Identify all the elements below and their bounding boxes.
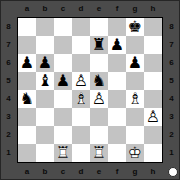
black-pawn: ♟ xyxy=(108,36,126,54)
square-h5[interactable] xyxy=(144,72,162,90)
white-pawn: ♙ xyxy=(90,90,108,108)
file-label-bottom-c: c xyxy=(54,163,72,180)
white-rook: ♖ xyxy=(90,144,108,162)
rank-label-left-1: 1 xyxy=(0,144,17,161)
file-label-bottom-e: e xyxy=(90,163,108,180)
square-h8[interactable] xyxy=(144,18,162,36)
rank-label-right-4: 4 xyxy=(163,90,180,107)
square-b6[interactable]: ♟ xyxy=(36,54,54,72)
black-knight: ♞ xyxy=(18,90,36,108)
square-e2[interactable] xyxy=(90,126,108,144)
file-label-top-h: h xyxy=(144,0,162,17)
black-knight: ♞ xyxy=(90,72,108,90)
rank-label-right-7: 7 xyxy=(163,36,180,53)
square-f8[interactable] xyxy=(108,18,126,36)
square-c5[interactable]: ♟ xyxy=(54,72,72,90)
square-e1[interactable]: ♜♖ xyxy=(90,144,108,162)
rank-label-left-4: 4 xyxy=(0,90,17,107)
square-b5[interactable]: ♝ xyxy=(36,72,54,90)
rank-label-left-6: 6 xyxy=(0,54,17,71)
square-g5[interactable] xyxy=(126,72,144,90)
square-a3[interactable] xyxy=(18,108,36,126)
rank-label-right-2: 2 xyxy=(163,126,180,143)
square-g3[interactable] xyxy=(126,108,144,126)
square-g4[interactable]: ♝♗ xyxy=(126,90,144,108)
square-e4[interactable]: ♟♙ xyxy=(90,90,108,108)
square-h1[interactable] xyxy=(144,144,162,162)
square-g8[interactable]: ♚ xyxy=(126,18,144,36)
square-c6[interactable] xyxy=(54,54,72,72)
square-b7[interactable] xyxy=(36,36,54,54)
square-f6[interactable] xyxy=(108,54,126,72)
square-d5[interactable]: ♟♙ xyxy=(72,72,90,90)
rank-label-right-5: 5 xyxy=(163,72,180,89)
square-c8[interactable] xyxy=(54,18,72,36)
square-a6[interactable]: ♟ xyxy=(18,54,36,72)
square-b2[interactable] xyxy=(36,126,54,144)
white-to-move-indicator xyxy=(168,167,178,177)
black-pawn: ♟ xyxy=(54,72,72,90)
square-a7[interactable] xyxy=(18,36,36,54)
square-f2[interactable] xyxy=(108,126,126,144)
white-bishop: ♗ xyxy=(72,90,90,108)
file-label-bottom-g: g xyxy=(126,163,144,180)
square-b1[interactable] xyxy=(36,144,54,162)
square-e6[interactable] xyxy=(90,54,108,72)
square-g2[interactable] xyxy=(126,126,144,144)
file-label-top-g: g xyxy=(126,0,144,17)
square-d7[interactable] xyxy=(72,36,90,54)
rank-label-left-3: 3 xyxy=(0,108,17,125)
file-label-top-e: e xyxy=(90,0,108,17)
square-h3[interactable]: ♟♙ xyxy=(144,108,162,126)
square-h4[interactable] xyxy=(144,90,162,108)
square-h6[interactable] xyxy=(144,54,162,72)
square-d4[interactable]: ♝♗ xyxy=(72,90,90,108)
square-f7[interactable]: ♟ xyxy=(108,36,126,54)
square-c4[interactable] xyxy=(54,90,72,108)
black-bishop: ♝ xyxy=(36,72,54,90)
square-c1[interactable]: ♜♖ xyxy=(54,144,72,162)
file-label-top-c: c xyxy=(54,0,72,17)
file-label-bottom-d: d xyxy=(72,163,90,180)
square-f4[interactable] xyxy=(108,90,126,108)
square-c7[interactable] xyxy=(54,36,72,54)
square-c2[interactable] xyxy=(54,126,72,144)
square-e7[interactable]: ♜ xyxy=(90,36,108,54)
file-label-bottom-h: h xyxy=(144,163,162,180)
square-d1[interactable] xyxy=(72,144,90,162)
rank-label-left-5: 5 xyxy=(0,72,17,89)
square-a4[interactable]: ♞ xyxy=(18,90,36,108)
rank-label-left-7: 7 xyxy=(0,36,17,53)
square-c3[interactable] xyxy=(54,108,72,126)
rank-label-right-3: 3 xyxy=(163,108,180,125)
rank-label-right-1: 1 xyxy=(163,144,180,161)
rank-label-right-8: 8 xyxy=(163,18,180,35)
square-g7[interactable] xyxy=(126,36,144,54)
square-a5[interactable] xyxy=(18,72,36,90)
board: ♚♜♟♟♟♟♝♟♟♙♞♞♝♗♟♙♝♗♟♙♜♖♜♖♚♔ xyxy=(17,17,163,163)
square-d6[interactable] xyxy=(72,54,90,72)
square-d3[interactable] xyxy=(72,108,90,126)
black-pawn: ♟ xyxy=(18,54,36,72)
black-king: ♚ xyxy=(126,18,144,36)
square-e8[interactable] xyxy=(90,18,108,36)
white-rook: ♖ xyxy=(54,144,72,162)
square-d8[interactable] xyxy=(72,18,90,36)
square-a2[interactable] xyxy=(18,126,36,144)
rank-label-right-6: 6 xyxy=(163,54,180,71)
square-f1[interactable] xyxy=(108,144,126,162)
file-label-bottom-f: f xyxy=(108,163,126,180)
rank-label-left-8: 8 xyxy=(0,18,17,35)
square-b3[interactable] xyxy=(36,108,54,126)
file-label-top-b: b xyxy=(36,0,54,17)
file-label-bottom-b: b xyxy=(36,163,54,180)
square-e5[interactable]: ♞ xyxy=(90,72,108,90)
square-g1[interactable]: ♚♔ xyxy=(126,144,144,162)
black-pawn: ♟ xyxy=(36,54,54,72)
white-king: ♔ xyxy=(126,144,144,162)
rank-label-left-2: 2 xyxy=(0,126,17,143)
square-h7[interactable] xyxy=(144,36,162,54)
white-pawn: ♙ xyxy=(144,108,162,126)
white-bishop: ♗ xyxy=(126,90,144,108)
square-a1[interactable] xyxy=(18,144,36,162)
square-b8[interactable] xyxy=(36,18,54,36)
square-b4[interactable] xyxy=(36,90,54,108)
square-f3[interactable] xyxy=(108,108,126,126)
square-f5[interactable] xyxy=(108,72,126,90)
square-h2[interactable] xyxy=(144,126,162,144)
chess-diagram-frame: ♚♜♟♟♟♟♝♟♟♙♞♞♝♗♟♙♝♗♟♙♜♖♜♖♚♔ aabbccddeeffg… xyxy=(0,0,180,180)
file-label-bottom-a: a xyxy=(18,163,36,180)
file-label-top-d: d xyxy=(72,0,90,17)
square-g6[interactable]: ♟ xyxy=(126,54,144,72)
white-pawn: ♙ xyxy=(72,72,90,90)
black-rook: ♜ xyxy=(90,36,108,54)
square-e3[interactable] xyxy=(90,108,108,126)
file-label-top-a: a xyxy=(18,0,36,17)
file-label-top-f: f xyxy=(108,0,126,17)
black-pawn: ♟ xyxy=(126,54,144,72)
square-a8[interactable] xyxy=(18,18,36,36)
square-d2[interactable] xyxy=(72,126,90,144)
